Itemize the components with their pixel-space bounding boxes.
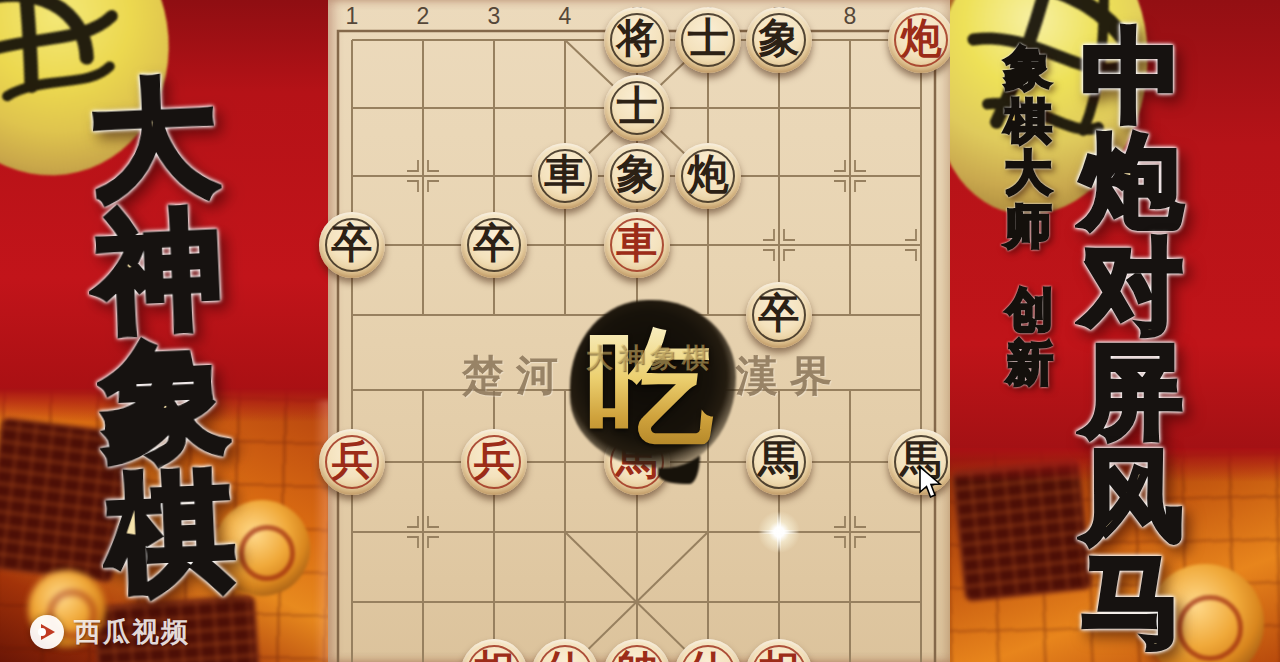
piece-glyph: 兵: [474, 440, 515, 481]
title-char: 对: [1082, 234, 1183, 339]
piece-black-将[interactable]: 将: [604, 7, 670, 73]
piece-glyph: 炮: [688, 154, 729, 195]
right-subtitle: 象棋大师: [1000, 42, 1056, 253]
piece-black-象[interactable]: 象: [604, 143, 670, 209]
video-frame: 123456789 楚河 漢界 将士象炮士車象炮卒卒車卒兵兵馬馬馬相仕帥仕相 吃…: [0, 0, 1280, 662]
xigua-logo-icon: [30, 615, 64, 649]
piece-red-車[interactable]: 車: [604, 212, 670, 278]
title-char: 屏: [1082, 339, 1183, 444]
piece-glyph: 卒: [474, 223, 515, 264]
piece-glyph: 相: [759, 650, 800, 662]
piece-glyph: 象: [759, 18, 800, 59]
piece-glyph: 馬: [759, 440, 800, 481]
piece-black-卒[interactable]: 卒: [746, 282, 812, 348]
title-char: 炮: [1082, 129, 1183, 234]
column-label-3: 3: [484, 3, 504, 30]
piece-black-炮[interactable]: 炮: [675, 143, 741, 209]
piece-black-馬[interactable]: 馬: [746, 429, 812, 495]
piece-black-象[interactable]: 象: [746, 7, 812, 73]
title-char: 象: [99, 333, 231, 469]
piece-glyph: 車: [545, 154, 586, 195]
column-label-2: 2: [413, 3, 433, 30]
piece-black-士[interactable]: 士: [604, 75, 670, 141]
piece-red-兵[interactable]: 兵: [319, 429, 385, 495]
piece-glyph: 士: [688, 18, 729, 59]
title-char: 神: [93, 202, 225, 338]
piece-black-卒[interactable]: 卒: [319, 212, 385, 278]
title-char: 师: [1005, 200, 1052, 253]
piece-glyph: 車: [617, 223, 658, 264]
left-title: 大神象棋: [75, 71, 250, 601]
piece-glyph: 帥: [617, 650, 658, 662]
piece-glyph: 卒: [759, 293, 800, 334]
xiangqi-board: 123456789 楚河 漢界 将士象炮士車象炮卒卒車卒兵兵馬馬馬相仕帥仕相 吃…: [328, 0, 952, 662]
title-char: 马: [1082, 549, 1183, 654]
column-label-8: 8: [840, 3, 860, 30]
right-subtitle-2: 创新: [1002, 284, 1058, 389]
title-char: 创: [1007, 284, 1054, 337]
move-origin-sparkle: [757, 510, 801, 554]
piece-black-士[interactable]: 士: [675, 7, 741, 73]
app-watermark: 大神象棋: [586, 340, 796, 376]
title-char: 象: [1005, 42, 1052, 95]
piece-glyph: 士: [617, 86, 658, 127]
title-char: 大: [88, 72, 220, 208]
title-char: 新: [1007, 337, 1054, 390]
title-char: 棋: [1005, 95, 1052, 148]
piece-red-炮[interactable]: 炮: [888, 7, 954, 73]
column-label-1: 1: [342, 3, 362, 30]
title-char: 大: [1005, 147, 1052, 200]
title-char: 棋: [105, 464, 237, 600]
title-char: 中: [1082, 24, 1183, 129]
right-title: 中炮对屏风马: [1068, 24, 1196, 654]
piece-glyph: 相: [474, 650, 515, 662]
piece-glyph: 炮: [901, 18, 942, 59]
column-label-4: 4: [555, 3, 575, 30]
mouse-cursor: [919, 466, 943, 500]
piece-black-卒[interactable]: 卒: [461, 212, 527, 278]
watermark-text: 西瓜视频: [74, 614, 190, 650]
piece-glyph: 卒: [332, 223, 373, 264]
xigua-watermark: 西瓜视频: [30, 614, 190, 650]
piece-glyph: 将: [617, 18, 658, 59]
river-label-left: 楚河: [462, 348, 570, 404]
piece-glyph: 象: [617, 154, 658, 195]
title-char: 风: [1082, 444, 1183, 549]
piece-black-車[interactable]: 車: [532, 143, 598, 209]
piece-glyph: 仕: [688, 650, 729, 662]
piece-red-兵[interactable]: 兵: [461, 429, 527, 495]
piece-glyph: 兵: [332, 440, 373, 481]
piece-glyph: 仕: [545, 650, 586, 662]
